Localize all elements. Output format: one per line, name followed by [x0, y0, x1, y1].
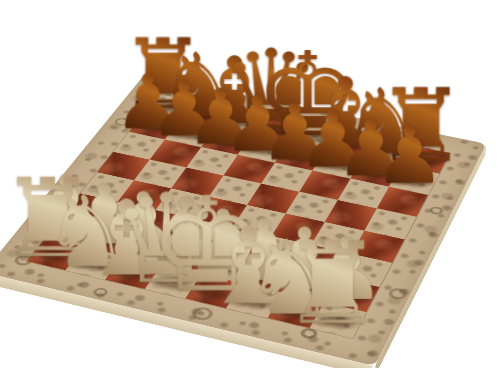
- chess-board: ♜♞♝♛♚♝♞♜♟♟♟♟♟♟♟♟♟♟♟♟♟♟♟♟♜♞♝♛♚♝♞♜: [0, 75, 487, 366]
- product-photo: ♜♞♝♛♚♝♞♜♟♟♟♟♟♟♟♟♟♟♟♟♟♟♟♟♜♞♝♛♚♝♞♜: [0, 0, 500, 368]
- scene: ♜♞♝♛♚♝♞♜♟♟♟♟♟♟♟♟♟♟♟♟♟♟♟♟♜♞♝♛♚♝♞♜: [0, 0, 500, 368]
